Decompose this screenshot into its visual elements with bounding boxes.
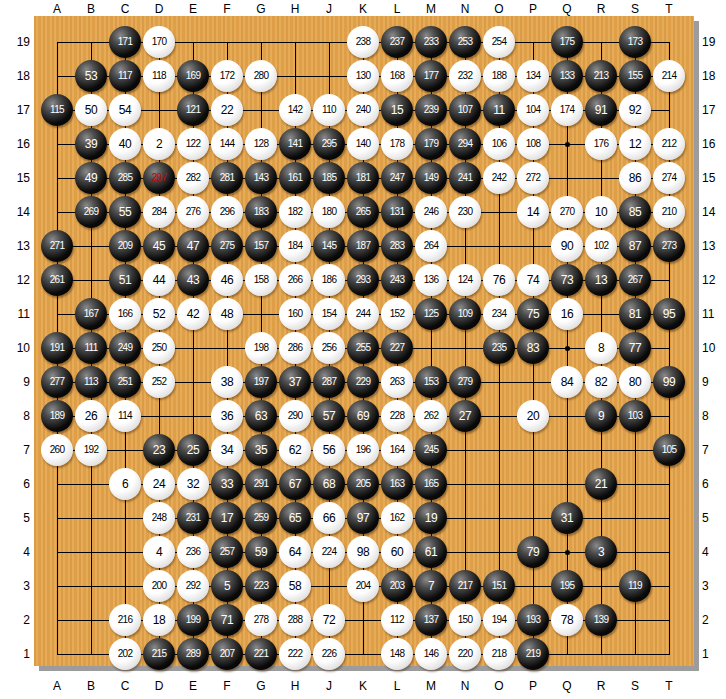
black-stone-Q5[interactable]: 31 bbox=[551, 502, 583, 534]
white-stone-L18[interactable]: 168 bbox=[381, 60, 413, 92]
black-stone-S12[interactable]: 267 bbox=[619, 264, 651, 296]
black-stone-E13[interactable]: 47 bbox=[177, 230, 209, 262]
black-stone-C9[interactable]: 251 bbox=[109, 366, 141, 398]
black-stone-F2[interactable]: 71 bbox=[211, 604, 243, 636]
white-stone-C2[interactable]: 216 bbox=[109, 604, 141, 636]
white-stone-H14[interactable]: 182 bbox=[279, 196, 311, 228]
black-stone-L3[interactable]: 203 bbox=[381, 570, 413, 602]
black-stone-H9[interactable]: 37 bbox=[279, 366, 311, 398]
move-number: 36 bbox=[221, 410, 233, 422]
white-stone-H12[interactable]: 266 bbox=[279, 264, 311, 296]
white-stone-O15[interactable]: 242 bbox=[483, 162, 515, 194]
white-stone-E6[interactable]: 32 bbox=[177, 468, 209, 500]
move-number: 230 bbox=[458, 207, 473, 217]
white-stone-K7[interactable]: 196 bbox=[347, 434, 379, 466]
column-label-top-K: K bbox=[346, 2, 380, 16]
white-stone-M8[interactable]: 262 bbox=[415, 400, 447, 432]
black-stone-M17[interactable]: 239 bbox=[415, 94, 447, 126]
black-stone-K14[interactable]: 265 bbox=[347, 196, 379, 228]
white-stone-E4[interactable]: 236 bbox=[177, 536, 209, 568]
black-stone-G3[interactable]: 223 bbox=[245, 570, 277, 602]
black-stone-M5[interactable]: 19 bbox=[415, 502, 447, 534]
white-stone-L16[interactable]: 178 bbox=[381, 128, 413, 160]
row-label-right-12: 12 bbox=[702, 273, 726, 287]
move-number: 57 bbox=[323, 410, 335, 422]
white-stone-F12[interactable]: 46 bbox=[211, 264, 243, 296]
black-stone-J16[interactable]: 295 bbox=[313, 128, 345, 160]
white-stone-H13[interactable]: 184 bbox=[279, 230, 311, 262]
move-number: 167 bbox=[84, 309, 99, 319]
white-stone-A7[interactable]: 260 bbox=[41, 434, 73, 466]
white-stone-S16[interactable]: 12 bbox=[619, 128, 651, 160]
white-stone-J14[interactable]: 180 bbox=[313, 196, 345, 228]
black-stone-J6[interactable]: 68 bbox=[313, 468, 345, 500]
black-stone-G14[interactable]: 183 bbox=[245, 196, 277, 228]
white-stone-K4[interactable]: 98 bbox=[347, 536, 379, 568]
black-stone-J9[interactable]: 287 bbox=[313, 366, 345, 398]
black-stone-L10[interactable]: 227 bbox=[381, 332, 413, 364]
black-stone-B9[interactable]: 113 bbox=[75, 366, 107, 398]
white-stone-G18[interactable]: 280 bbox=[245, 60, 277, 92]
white-stone-S17[interactable]: 92 bbox=[619, 94, 651, 126]
white-stone-N14[interactable]: 230 bbox=[449, 196, 481, 228]
black-stone-B11[interactable]: 167 bbox=[75, 298, 107, 330]
black-stone-D7[interactable]: 23 bbox=[143, 434, 175, 466]
black-stone-C15[interactable]: 285 bbox=[109, 162, 141, 194]
white-stone-R13[interactable]: 102 bbox=[585, 230, 617, 262]
white-stone-R14[interactable]: 10 bbox=[585, 196, 617, 228]
black-stone-C19[interactable]: 171 bbox=[109, 26, 141, 58]
black-stone-B15[interactable]: 49 bbox=[75, 162, 107, 194]
black-stone-M11[interactable]: 125 bbox=[415, 298, 447, 330]
move-number: 285 bbox=[118, 173, 133, 183]
white-stone-B8[interactable]: 26 bbox=[75, 400, 107, 432]
black-stone-M6[interactable]: 165 bbox=[415, 468, 447, 500]
white-stone-Q14[interactable]: 270 bbox=[551, 196, 583, 228]
black-stone-H5[interactable]: 65 bbox=[279, 502, 311, 534]
black-stone-L13[interactable]: 283 bbox=[381, 230, 413, 262]
black-stone-N8[interactable]: 27 bbox=[449, 400, 481, 432]
black-stone-S13[interactable]: 87 bbox=[619, 230, 651, 262]
black-stone-K9[interactable]: 229 bbox=[347, 366, 379, 398]
black-stone-N11[interactable]: 109 bbox=[449, 298, 481, 330]
black-stone-M9[interactable]: 153 bbox=[415, 366, 447, 398]
white-stone-L8[interactable]: 228 bbox=[381, 400, 413, 432]
white-stone-K19[interactable]: 238 bbox=[347, 26, 379, 58]
white-stone-B7[interactable]: 192 bbox=[75, 434, 107, 466]
white-stone-D10[interactable]: 250 bbox=[143, 332, 175, 364]
white-stone-H2[interactable]: 288 bbox=[279, 604, 311, 636]
black-stone-E1[interactable]: 289 bbox=[177, 638, 209, 670]
black-stone-F5[interactable]: 17 bbox=[211, 502, 243, 534]
move-number: 67 bbox=[289, 478, 301, 490]
black-stone-K15[interactable]: 181 bbox=[347, 162, 379, 194]
white-stone-P14[interactable]: 14 bbox=[517, 196, 549, 228]
white-stone-D14[interactable]: 284 bbox=[143, 196, 175, 228]
move-number: 124 bbox=[458, 275, 473, 285]
black-stone-P11[interactable]: 75 bbox=[517, 298, 549, 330]
black-stone-A8[interactable]: 189 bbox=[41, 400, 73, 432]
black-stone-M19[interactable]: 233 bbox=[415, 26, 447, 58]
black-stone-G13[interactable]: 157 bbox=[245, 230, 277, 262]
move-number: 200 bbox=[152, 581, 167, 591]
row-label-right-18: 18 bbox=[702, 69, 726, 83]
black-stone-R2[interactable]: 139 bbox=[585, 604, 617, 636]
white-stone-J11[interactable]: 154 bbox=[313, 298, 345, 330]
white-stone-T14[interactable]: 210 bbox=[653, 196, 685, 228]
move-number: 153 bbox=[424, 377, 439, 387]
white-stone-S9[interactable]: 80 bbox=[619, 366, 651, 398]
black-stone-C10[interactable]: 249 bbox=[109, 332, 141, 364]
row-label-right-17: 17 bbox=[702, 103, 726, 117]
black-stone-F13[interactable]: 275 bbox=[211, 230, 243, 262]
black-stone-L12[interactable]: 243 bbox=[381, 264, 413, 296]
black-stone-P2[interactable]: 193 bbox=[517, 604, 549, 636]
black-stone-K10[interactable]: 255 bbox=[347, 332, 379, 364]
black-stone-S8[interactable]: 103 bbox=[619, 400, 651, 432]
move-number: 218 bbox=[492, 649, 507, 659]
black-stone-K6[interactable]: 205 bbox=[347, 468, 379, 500]
move-number: 23 bbox=[153, 444, 165, 456]
black-stone-K13[interactable]: 187 bbox=[347, 230, 379, 262]
black-stone-E12[interactable]: 43 bbox=[177, 264, 209, 296]
black-stone-B14[interactable]: 269 bbox=[75, 196, 107, 228]
black-stone-N9[interactable]: 279 bbox=[449, 366, 481, 398]
black-stone-C12[interactable]: 51 bbox=[109, 264, 141, 296]
white-stone-T18[interactable]: 214 bbox=[653, 60, 685, 92]
black-stone-M2[interactable]: 137 bbox=[415, 604, 447, 636]
black-stone-M7[interactable]: 245 bbox=[415, 434, 447, 466]
black-stone-M16[interactable]: 179 bbox=[415, 128, 447, 160]
white-stone-F16[interactable]: 144 bbox=[211, 128, 243, 160]
white-stone-E3[interactable]: 292 bbox=[177, 570, 209, 602]
black-stone-F3[interactable]: 5 bbox=[211, 570, 243, 602]
white-stone-O1[interactable]: 218 bbox=[483, 638, 515, 670]
black-stone-T7[interactable]: 105 bbox=[653, 434, 685, 466]
white-stone-E16[interactable]: 122 bbox=[177, 128, 209, 160]
move-number: 73 bbox=[561, 274, 573, 286]
black-stone-B16[interactable]: 39 bbox=[75, 128, 107, 160]
black-stone-A10[interactable]: 191 bbox=[41, 332, 73, 364]
white-stone-S15[interactable]: 86 bbox=[619, 162, 651, 194]
white-stone-J17[interactable]: 110 bbox=[313, 94, 345, 126]
white-stone-P12[interactable]: 74 bbox=[517, 264, 549, 296]
black-stone-N19[interactable]: 253 bbox=[449, 26, 481, 58]
move-number: 269 bbox=[84, 207, 99, 217]
move-number: 27 bbox=[459, 410, 471, 422]
move-number: 251 bbox=[118, 377, 133, 387]
black-stone-C13[interactable]: 209 bbox=[109, 230, 141, 262]
white-stone-C17[interactable]: 54 bbox=[109, 94, 141, 126]
black-stone-G4[interactable]: 59 bbox=[245, 536, 277, 568]
black-stone-P10[interactable]: 83 bbox=[517, 332, 549, 364]
move-number: 275 bbox=[220, 241, 235, 251]
black-stone-M15[interactable]: 149 bbox=[415, 162, 447, 194]
black-stone-B10[interactable]: 111 bbox=[75, 332, 107, 364]
column-label-top-A: A bbox=[40, 2, 74, 16]
white-stone-P16[interactable]: 108 bbox=[517, 128, 549, 160]
white-stone-D12[interactable]: 44 bbox=[143, 264, 175, 296]
white-stone-L7[interactable]: 164 bbox=[381, 434, 413, 466]
white-stone-L9[interactable]: 263 bbox=[381, 366, 413, 398]
white-stone-N18[interactable]: 232 bbox=[449, 60, 481, 92]
black-stone-H15[interactable]: 161 bbox=[279, 162, 311, 194]
white-stone-L11[interactable]: 152 bbox=[381, 298, 413, 330]
white-stone-H17[interactable]: 142 bbox=[279, 94, 311, 126]
black-stone-M18[interactable]: 177 bbox=[415, 60, 447, 92]
white-stone-J12[interactable]: 186 bbox=[313, 264, 345, 296]
white-stone-F14[interactable]: 296 bbox=[211, 196, 243, 228]
white-stone-P15[interactable]: 272 bbox=[517, 162, 549, 194]
white-stone-Q2[interactable]: 78 bbox=[551, 604, 583, 636]
black-stone-P1[interactable]: 219 bbox=[517, 638, 549, 670]
black-stone-R6[interactable]: 21 bbox=[585, 468, 617, 500]
black-stone-O17[interactable]: 11 bbox=[483, 94, 515, 126]
white-stone-C11[interactable]: 166 bbox=[109, 298, 141, 330]
black-stone-L19[interactable]: 237 bbox=[381, 26, 413, 58]
black-stone-D1[interactable]: 215 bbox=[143, 638, 175, 670]
black-stone-N17[interactable]: 107 bbox=[449, 94, 481, 126]
black-stone-S18[interactable]: 155 bbox=[619, 60, 651, 92]
white-stone-K3[interactable]: 204 bbox=[347, 570, 379, 602]
black-stone-Q12[interactable]: 73 bbox=[551, 264, 583, 296]
white-stone-M12[interactable]: 136 bbox=[415, 264, 447, 296]
white-stone-T16[interactable]: 212 bbox=[653, 128, 685, 160]
black-stone-F1[interactable]: 207 bbox=[211, 638, 243, 670]
black-stone-G9[interactable]: 197 bbox=[245, 366, 277, 398]
white-stone-J1[interactable]: 226 bbox=[313, 638, 345, 670]
white-stone-N12[interactable]: 124 bbox=[449, 264, 481, 296]
black-stone-H6[interactable]: 67 bbox=[279, 468, 311, 500]
black-stone-L6[interactable]: 163 bbox=[381, 468, 413, 500]
white-stone-M13[interactable]: 264 bbox=[415, 230, 447, 262]
white-stone-Q13[interactable]: 90 bbox=[551, 230, 583, 262]
black-stone-R18[interactable]: 213 bbox=[585, 60, 617, 92]
white-stone-D11[interactable]: 52 bbox=[143, 298, 175, 330]
black-stone-S10[interactable]: 77 bbox=[619, 332, 651, 364]
white-stone-C16[interactable]: 40 bbox=[109, 128, 141, 160]
white-stone-L4[interactable]: 60 bbox=[381, 536, 413, 568]
white-stone-M14[interactable]: 246 bbox=[415, 196, 447, 228]
white-stone-F8[interactable]: 36 bbox=[211, 400, 243, 432]
white-stone-H11[interactable]: 160 bbox=[279, 298, 311, 330]
move-number: 260 bbox=[50, 445, 65, 455]
white-stone-L2[interactable]: 112 bbox=[381, 604, 413, 636]
black-stone-D13[interactable]: 45 bbox=[143, 230, 175, 262]
white-stone-H1[interactable]: 222 bbox=[279, 638, 311, 670]
white-stone-H8[interactable]: 290 bbox=[279, 400, 311, 432]
black-stone-C18[interactable]: 117 bbox=[109, 60, 141, 92]
black-stone-A13[interactable]: 271 bbox=[41, 230, 73, 262]
white-stone-G16[interactable]: 128 bbox=[245, 128, 277, 160]
white-stone-D3[interactable]: 200 bbox=[143, 570, 175, 602]
white-stone-O2[interactable]: 194 bbox=[483, 604, 515, 636]
black-stone-O10[interactable]: 235 bbox=[483, 332, 515, 364]
black-stone-R17[interactable]: 91 bbox=[585, 94, 617, 126]
black-stone-F4[interactable]: 257 bbox=[211, 536, 243, 568]
white-stone-F18[interactable]: 172 bbox=[211, 60, 243, 92]
white-stone-D6[interactable]: 24 bbox=[143, 468, 175, 500]
move-number: 271 bbox=[50, 241, 65, 251]
white-stone-R10[interactable]: 8 bbox=[585, 332, 617, 364]
black-stone-A9[interactable]: 277 bbox=[41, 366, 73, 398]
white-stone-P18[interactable]: 134 bbox=[517, 60, 549, 92]
black-stone-T9[interactable]: 99 bbox=[653, 366, 685, 398]
column-label-bottom-O: O bbox=[482, 679, 516, 693]
move-number: 277 bbox=[50, 377, 65, 387]
white-stone-J7[interactable]: 56 bbox=[313, 434, 345, 466]
white-stone-E11[interactable]: 42 bbox=[177, 298, 209, 330]
black-stone-E18[interactable]: 169 bbox=[177, 60, 209, 92]
row-label-right-3: 3 bbox=[702, 579, 726, 593]
black-stone-H16[interactable]: 141 bbox=[279, 128, 311, 160]
black-stone-N16[interactable]: 294 bbox=[449, 128, 481, 160]
white-stone-G10[interactable]: 198 bbox=[245, 332, 277, 364]
white-stone-K17[interactable]: 240 bbox=[347, 94, 379, 126]
black-stone-N3[interactable]: 217 bbox=[449, 570, 481, 602]
white-stone-C1[interactable]: 202 bbox=[109, 638, 141, 670]
white-stone-Q9[interactable]: 84 bbox=[551, 366, 583, 398]
black-stone-N15[interactable]: 241 bbox=[449, 162, 481, 194]
black-stone-F6[interactable]: 33 bbox=[211, 468, 243, 500]
white-stone-E15[interactable]: 282 bbox=[177, 162, 209, 194]
white-stone-D16[interactable]: 2 bbox=[143, 128, 175, 160]
move-number: 45 bbox=[153, 240, 165, 252]
white-stone-P8[interactable]: 20 bbox=[517, 400, 549, 432]
black-stone-G5[interactable]: 259 bbox=[245, 502, 277, 534]
white-stone-Q11[interactable]: 16 bbox=[551, 298, 583, 330]
white-stone-Q17[interactable]: 174 bbox=[551, 94, 583, 126]
black-stone-S3[interactable]: 119 bbox=[619, 570, 651, 602]
move-number: 267 bbox=[628, 275, 643, 285]
black-stone-O3[interactable]: 151 bbox=[483, 570, 515, 602]
black-stone-E7[interactable]: 25 bbox=[177, 434, 209, 466]
black-stone-A12[interactable]: 261 bbox=[41, 264, 73, 296]
black-stone-D15[interactable]: 297 bbox=[143, 162, 175, 194]
white-stone-K18[interactable]: 130 bbox=[347, 60, 379, 92]
white-stone-K11[interactable]: 244 bbox=[347, 298, 379, 330]
white-stone-O11[interactable]: 234 bbox=[483, 298, 515, 330]
white-stone-H3[interactable]: 58 bbox=[279, 570, 311, 602]
black-stone-J15[interactable]: 185 bbox=[313, 162, 345, 194]
white-stone-N2[interactable]: 150 bbox=[449, 604, 481, 636]
move-number: 103 bbox=[628, 411, 643, 421]
black-stone-T13[interactable]: 273 bbox=[653, 230, 685, 262]
black-stone-Q3[interactable]: 195 bbox=[551, 570, 583, 602]
black-stone-M3[interactable]: 7 bbox=[415, 570, 447, 602]
black-stone-C14[interactable]: 55 bbox=[109, 196, 141, 228]
white-stone-J5[interactable]: 66 bbox=[313, 502, 345, 534]
white-stone-F9[interactable]: 38 bbox=[211, 366, 243, 398]
white-stone-H7[interactable]: 62 bbox=[279, 434, 311, 466]
white-stone-O18[interactable]: 188 bbox=[483, 60, 515, 92]
black-stone-L15[interactable]: 247 bbox=[381, 162, 413, 194]
black-stone-J8[interactable]: 57 bbox=[313, 400, 345, 432]
white-stone-J2[interactable]: 72 bbox=[313, 604, 345, 636]
black-stone-S14[interactable]: 85 bbox=[619, 196, 651, 228]
white-stone-J10[interactable]: 256 bbox=[313, 332, 345, 364]
row-label-right-15: 15 bbox=[702, 171, 726, 185]
white-stone-L5[interactable]: 162 bbox=[381, 502, 413, 534]
white-stone-D19[interactable]: 170 bbox=[143, 26, 175, 58]
black-stone-R12[interactable]: 13 bbox=[585, 264, 617, 296]
white-stone-O16[interactable]: 106 bbox=[483, 128, 515, 160]
white-stone-D18[interactable]: 118 bbox=[143, 60, 175, 92]
white-stone-H4[interactable]: 64 bbox=[279, 536, 311, 568]
white-stone-R16[interactable]: 176 bbox=[585, 128, 617, 160]
black-stone-G8[interactable]: 63 bbox=[245, 400, 277, 432]
go-board[interactable]: 1711702382372332532541751735311711816917… bbox=[34, 16, 694, 666]
white-stone-D5[interactable]: 248 bbox=[143, 502, 175, 534]
black-stone-E17[interactable]: 121 bbox=[177, 94, 209, 126]
white-stone-O12[interactable]: 76 bbox=[483, 264, 515, 296]
move-number: 112 bbox=[390, 615, 404, 625]
white-stone-D9[interactable]: 252 bbox=[143, 366, 175, 398]
black-stone-B18[interactable]: 53 bbox=[75, 60, 107, 92]
black-stone-S11[interactable]: 81 bbox=[619, 298, 651, 330]
black-stone-E5[interactable]: 231 bbox=[177, 502, 209, 534]
white-stone-K16[interactable]: 140 bbox=[347, 128, 379, 160]
black-stone-K12[interactable]: 293 bbox=[347, 264, 379, 296]
white-stone-E14[interactable]: 276 bbox=[177, 196, 209, 228]
white-stone-N1[interactable]: 220 bbox=[449, 638, 481, 670]
white-stone-L1[interactable]: 148 bbox=[381, 638, 413, 670]
white-stone-G12[interactable]: 158 bbox=[245, 264, 277, 296]
white-stone-C6[interactable]: 6 bbox=[109, 468, 141, 500]
black-stone-F15[interactable]: 281 bbox=[211, 162, 243, 194]
black-stone-J13[interactable]: 145 bbox=[313, 230, 345, 262]
black-stone-K5[interactable]: 97 bbox=[347, 502, 379, 534]
black-stone-R4[interactable]: 3 bbox=[585, 536, 617, 568]
white-stone-T15[interactable]: 274 bbox=[653, 162, 685, 194]
white-stone-P17[interactable]: 104 bbox=[517, 94, 549, 126]
black-stone-S19[interactable]: 173 bbox=[619, 26, 651, 58]
black-stone-E2[interactable]: 199 bbox=[177, 604, 209, 636]
white-stone-M1[interactable]: 146 bbox=[415, 638, 447, 670]
black-stone-G6[interactable]: 291 bbox=[245, 468, 277, 500]
white-stone-F17[interactable]: 22 bbox=[211, 94, 243, 126]
black-stone-T11[interactable]: 95 bbox=[653, 298, 685, 330]
black-stone-Q19[interactable]: 175 bbox=[551, 26, 583, 58]
white-stone-C8[interactable]: 114 bbox=[109, 400, 141, 432]
move-number: 242 bbox=[492, 173, 507, 183]
white-stone-D4[interactable]: 4 bbox=[143, 536, 175, 568]
black-stone-R8[interactable]: 9 bbox=[585, 400, 617, 432]
white-stone-O19[interactable]: 254 bbox=[483, 26, 515, 58]
white-stone-G2[interactable]: 278 bbox=[245, 604, 277, 636]
black-stone-G1[interactable]: 221 bbox=[245, 638, 277, 670]
column-label-bottom-B: B bbox=[74, 679, 108, 693]
white-stone-D2[interactable]: 18 bbox=[143, 604, 175, 636]
black-stone-P4[interactable]: 79 bbox=[517, 536, 549, 568]
black-stone-A17[interactable]: 115 bbox=[41, 94, 73, 126]
black-stone-G15[interactable]: 143 bbox=[245, 162, 277, 194]
white-stone-R9[interactable]: 82 bbox=[585, 366, 617, 398]
white-stone-F7[interactable]: 34 bbox=[211, 434, 243, 466]
white-stone-F11[interactable]: 48 bbox=[211, 298, 243, 330]
move-number: 283 bbox=[390, 241, 405, 251]
white-stone-J4[interactable]: 224 bbox=[313, 536, 345, 568]
black-stone-L14[interactable]: 131 bbox=[381, 196, 413, 228]
move-number: 37 bbox=[289, 376, 301, 388]
black-stone-Q18[interactable]: 133 bbox=[551, 60, 583, 92]
black-stone-L17[interactable]: 15 bbox=[381, 94, 413, 126]
black-stone-M4[interactable]: 61 bbox=[415, 536, 447, 568]
white-stone-H10[interactable]: 286 bbox=[279, 332, 311, 364]
black-stone-G7[interactable]: 35 bbox=[245, 434, 277, 466]
white-stone-B17[interactable]: 50 bbox=[75, 94, 107, 126]
black-stone-K8[interactable]: 69 bbox=[347, 400, 379, 432]
